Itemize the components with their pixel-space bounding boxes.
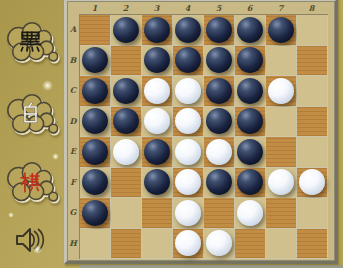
cell-G2[interactable] bbox=[111, 198, 142, 229]
cell-F1[interactable] bbox=[80, 168, 111, 199]
black-disc-G1 bbox=[82, 200, 108, 226]
cell-H4[interactable] bbox=[173, 229, 204, 260]
cell-A3[interactable] bbox=[142, 15, 173, 46]
column-label-7: 7 bbox=[265, 2, 296, 14]
white-disc-E5 bbox=[206, 139, 232, 165]
cell-A5[interactable] bbox=[204, 15, 235, 46]
black-disc-A2 bbox=[113, 17, 139, 43]
sparkle bbox=[8, 212, 14, 218]
white-disc-C7 bbox=[268, 78, 294, 104]
cell-H1[interactable] bbox=[80, 229, 111, 260]
black-disc-B5 bbox=[206, 47, 232, 73]
cell-B5[interactable] bbox=[204, 46, 235, 77]
black-disc-A3 bbox=[144, 17, 170, 43]
cell-D8[interactable] bbox=[297, 107, 328, 138]
cell-B7[interactable] bbox=[266, 46, 297, 77]
black-disc-E3 bbox=[144, 139, 170, 165]
white-disc-E2 bbox=[113, 139, 139, 165]
cell-H8[interactable] bbox=[297, 229, 328, 260]
cell-H3[interactable] bbox=[142, 229, 173, 260]
cell-B4[interactable] bbox=[173, 46, 204, 77]
black-disc-D1 bbox=[82, 108, 108, 134]
cell-C8[interactable] bbox=[297, 76, 328, 107]
row-label-B: B bbox=[67, 45, 79, 76]
white-disc-C3 bbox=[144, 78, 170, 104]
cloud-shape bbox=[3, 160, 61, 210]
black-disc-E6 bbox=[237, 139, 263, 165]
black-disc-C5 bbox=[206, 78, 232, 104]
cell-A6[interactable] bbox=[235, 15, 266, 46]
cell-D3[interactable] bbox=[142, 107, 173, 138]
black-disc-F6 bbox=[237, 169, 263, 195]
cell-D5[interactable] bbox=[204, 107, 235, 138]
black-disc-F1 bbox=[82, 169, 108, 195]
cloud-shape bbox=[3, 92, 61, 142]
black-disc-D6 bbox=[237, 108, 263, 134]
white-disc-G6 bbox=[237, 200, 263, 226]
black-disc-D2 bbox=[113, 108, 139, 134]
black-disc-F3 bbox=[144, 169, 170, 195]
cell-E1[interactable] bbox=[80, 137, 111, 168]
cell-C5[interactable] bbox=[204, 76, 235, 107]
cell-F7[interactable] bbox=[266, 168, 297, 199]
sparkle bbox=[52, 153, 59, 160]
cell-D7[interactable] bbox=[266, 107, 297, 138]
cell-F3[interactable] bbox=[142, 168, 173, 199]
row-label-F: F bbox=[67, 167, 79, 198]
column-label-2: 2 bbox=[110, 2, 141, 14]
row-label-E: E bbox=[67, 136, 79, 167]
black-disc-B4 bbox=[175, 47, 201, 73]
board-grid bbox=[79, 14, 328, 259]
cell-F8[interactable] bbox=[297, 168, 328, 199]
othello-game-window: 黑 白 bbox=[0, 0, 343, 268]
cell-H7[interactable] bbox=[266, 229, 297, 260]
cell-C1[interactable] bbox=[80, 76, 111, 107]
white-disc-G4 bbox=[175, 200, 201, 226]
cell-G4[interactable] bbox=[173, 198, 204, 229]
cell-C7[interactable] bbox=[266, 76, 297, 107]
black-disc-A6 bbox=[237, 17, 263, 43]
cell-E6[interactable] bbox=[235, 137, 266, 168]
black-disc-C2 bbox=[113, 78, 139, 104]
black-disc-B3 bbox=[144, 47, 170, 73]
cell-B8[interactable] bbox=[297, 46, 328, 77]
cell-H6[interactable] bbox=[235, 229, 266, 260]
cell-E2[interactable] bbox=[111, 137, 142, 168]
cell-F5[interactable] bbox=[204, 168, 235, 199]
cell-E3[interactable] bbox=[142, 137, 173, 168]
black-disc-A7 bbox=[268, 17, 294, 43]
black-player-button[interactable]: 黑 bbox=[3, 20, 61, 70]
cell-C4[interactable] bbox=[173, 76, 204, 107]
cell-D1[interactable] bbox=[80, 107, 111, 138]
black-disc-B6 bbox=[237, 47, 263, 73]
cell-A8[interactable] bbox=[297, 15, 328, 46]
black-disc-B1 bbox=[82, 47, 108, 73]
white-disc-C4 bbox=[175, 78, 201, 104]
column-label-6: 6 bbox=[234, 2, 265, 14]
cell-D4[interactable] bbox=[173, 107, 204, 138]
row-label-A: A bbox=[67, 14, 79, 45]
cell-E7[interactable] bbox=[266, 137, 297, 168]
cell-C3[interactable] bbox=[142, 76, 173, 107]
cell-A7[interactable] bbox=[266, 15, 297, 46]
cell-G7[interactable] bbox=[266, 198, 297, 229]
cell-C2[interactable] bbox=[111, 76, 142, 107]
board-frame: 12345678 ABCDEFGH bbox=[64, 0, 338, 264]
white-disc-H4 bbox=[175, 230, 201, 256]
cell-A2[interactable] bbox=[111, 15, 142, 46]
cell-H2[interactable] bbox=[111, 229, 142, 260]
qi-button[interactable]: 棋 bbox=[3, 160, 61, 210]
sparkle bbox=[42, 80, 53, 91]
cell-D6[interactable] bbox=[235, 107, 266, 138]
row-label-D: D bbox=[67, 106, 79, 137]
white-disc-E4 bbox=[175, 139, 201, 165]
white-disc-F8 bbox=[299, 169, 325, 195]
row-label-H: H bbox=[67, 228, 79, 259]
cell-F6[interactable] bbox=[235, 168, 266, 199]
cell-A4[interactable] bbox=[173, 15, 204, 46]
column-label-3: 3 bbox=[141, 2, 172, 14]
black-disc-E1 bbox=[82, 139, 108, 165]
white-disc-D4 bbox=[175, 108, 201, 134]
white-disc-H5 bbox=[206, 230, 232, 256]
cell-C6[interactable] bbox=[235, 76, 266, 107]
black-disc-F5 bbox=[206, 169, 232, 195]
row-label-G: G bbox=[67, 197, 79, 228]
column-label-4: 4 bbox=[172, 2, 203, 14]
cell-G8[interactable] bbox=[297, 198, 328, 229]
cell-G5[interactable] bbox=[204, 198, 235, 229]
cell-E8[interactable] bbox=[297, 137, 328, 168]
cell-F2[interactable] bbox=[111, 168, 142, 199]
column-labels: 12345678 bbox=[79, 2, 327, 14]
cloud-shape bbox=[3, 20, 61, 70]
cell-G6[interactable] bbox=[235, 198, 266, 229]
white-disc-F7 bbox=[268, 169, 294, 195]
column-label-8: 8 bbox=[296, 2, 327, 14]
cell-B2[interactable] bbox=[111, 46, 142, 77]
cell-B3[interactable] bbox=[142, 46, 173, 77]
cell-H5[interactable] bbox=[204, 229, 235, 260]
cell-G3[interactable] bbox=[142, 198, 173, 229]
white-player-button[interactable]: 白 bbox=[3, 92, 61, 142]
black-disc-C1 bbox=[82, 78, 108, 104]
row-label-C: C bbox=[67, 75, 79, 106]
black-disc-D5 bbox=[206, 108, 232, 134]
cell-A1[interactable] bbox=[80, 15, 111, 46]
black-disc-A5 bbox=[206, 17, 232, 43]
white-disc-D3 bbox=[144, 108, 170, 134]
cell-B6[interactable] bbox=[235, 46, 266, 77]
black-disc-A4 bbox=[175, 17, 201, 43]
column-label-1: 1 bbox=[79, 2, 110, 14]
black-disc-C6 bbox=[237, 78, 263, 104]
cell-D2[interactable] bbox=[111, 107, 142, 138]
row-labels: ABCDEFGH bbox=[67, 14, 79, 258]
white-disc-F4 bbox=[175, 169, 201, 195]
cell-E5[interactable] bbox=[204, 137, 235, 168]
column-label-5: 5 bbox=[203, 2, 234, 14]
sidebar: 黑 白 bbox=[0, 0, 64, 268]
cell-G1[interactable] bbox=[80, 198, 111, 229]
speaker-icon[interactable] bbox=[13, 224, 49, 256]
cell-B1[interactable] bbox=[80, 46, 111, 77]
cell-E4[interactable] bbox=[173, 137, 204, 168]
cell-F4[interactable] bbox=[173, 168, 204, 199]
